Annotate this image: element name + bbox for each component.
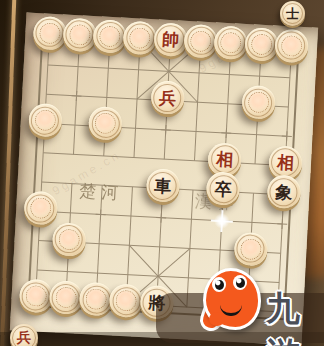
piece-label: 兵 — [158, 88, 176, 107]
mascot-tail-fill — [209, 312, 225, 326]
game-scene: 9game.cn 9game.cn 楚河 漢界 帥兵相相車卒象將 士 兵 九游 — [0, 0, 324, 346]
piece-label: 象 — [275, 182, 293, 201]
captured-piece-red-soldier: 兵 — [10, 324, 38, 346]
mascot-left-eye — [212, 277, 226, 292]
piece-label: 車 — [154, 176, 172, 195]
captured-piece-black-advisor: 士 — [280, 1, 305, 26]
mascot-right-eye — [233, 275, 247, 290]
piece-facedown-0-0[interactable] — [32, 15, 67, 50]
piece-label: 相 — [216, 150, 234, 169]
jiuyou-mascot-icon — [203, 268, 261, 330]
jiuyou-brand-text: 九游 — [266, 286, 324, 346]
piece-label: 相 — [276, 153, 294, 172]
piece-label: 卒 — [214, 179, 232, 198]
river-label-chu-he: 楚河 — [79, 180, 124, 205]
piece-label: 帥 — [162, 30, 180, 49]
